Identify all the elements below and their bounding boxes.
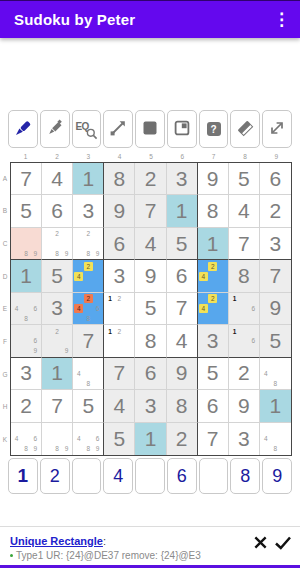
cell-B6[interactable]: 1 — [167, 195, 198, 227]
eq-search-button[interactable]: EQ — [72, 110, 102, 148]
candidate-2: 2 — [53, 229, 62, 238]
cell-value: 5 — [20, 199, 32, 223]
candidate-4: 4 — [74, 369, 83, 378]
candidate-4: 4 — [261, 369, 270, 378]
candidate-9: 9 — [31, 444, 40, 453]
candidate-6: 6 — [93, 304, 102, 313]
app-title: Sudoku by Peter — [14, 11, 135, 28]
cell-E5[interactable]: 5 — [135, 293, 166, 325]
hint-strategy-link[interactable]: Unique Rectangle — [10, 535, 103, 547]
cell-value: 9 — [114, 199, 126, 223]
cell-A7[interactable]: 9 — [198, 163, 229, 195]
candidate-6: 6 — [31, 336, 40, 345]
cell-value: 8 — [207, 199, 219, 223]
cell-E2[interactable]: 3 — [42, 293, 73, 325]
cell-value: 4 — [145, 232, 157, 256]
candidate-8: 8 — [53, 444, 62, 453]
digit-button-9[interactable]: 9 — [262, 458, 292, 494]
expand-button[interactable] — [262, 110, 292, 148]
cell-value: 5 — [145, 296, 157, 320]
cell-E8[interactable]: 16 — [229, 293, 260, 325]
candidate-4: 4 — [12, 434, 21, 443]
cell-A4[interactable]: 8 — [104, 163, 135, 195]
cell-E7[interactable]: 24 — [198, 293, 229, 325]
cell-value: 9 — [270, 296, 282, 320]
candidates: 48 — [261, 424, 290, 454]
cell-G2[interactable]: 1 — [42, 358, 73, 390]
col-label-9: 9 — [261, 151, 292, 162]
row-label-H: H — [0, 391, 10, 424]
cell-value: 2 — [238, 361, 250, 385]
cell-value: 9 — [238, 394, 250, 418]
candidate-9: 9 — [62, 346, 71, 355]
col-label-2: 2 — [41, 151, 72, 162]
eraser-icon — [235, 118, 255, 141]
cell-value: 1 — [270, 394, 282, 418]
hint-actions — [253, 535, 292, 554]
cell-F2[interactable]: 29 — [42, 325, 73, 357]
cell-K8[interactable]: 3 — [229, 423, 260, 455]
cell-value: 5 — [176, 232, 188, 256]
cell-value: 6 — [176, 264, 188, 288]
candidates: 4689 — [12, 424, 40, 454]
cell-C6[interactable]: 5 — [167, 228, 198, 260]
candidate-6: 6 — [31, 434, 40, 443]
col-label-8: 8 — [229, 151, 260, 162]
cell-B3[interactable]: 3 — [73, 195, 104, 227]
digit-button-3-empty[interactable] — [72, 458, 102, 494]
cell-D2[interactable]: 5 — [42, 260, 73, 292]
candidate-8: 8 — [22, 249, 31, 258]
candidate-4: 4 — [199, 304, 208, 313]
kebab-menu-icon[interactable]: ⋮ — [273, 11, 290, 28]
cell-value: 3 — [270, 232, 282, 256]
cell-value: 7 — [238, 232, 250, 256]
cell-H8[interactable]: 9 — [229, 390, 260, 422]
cell-B8[interactable]: 4 — [229, 195, 260, 227]
cell-value: 6 — [270, 167, 282, 191]
cell-A2[interactable]: 4 — [42, 163, 73, 195]
candidate-2: 2 — [115, 294, 124, 303]
toolbar: EQ ? — [8, 110, 292, 148]
cell-C5[interactable]: 4 — [135, 228, 166, 260]
col-label-5: 5 — [135, 151, 166, 162]
cell-value: 1 — [51, 361, 63, 385]
candidate-1: 1 — [230, 294, 239, 303]
candidate-8: 8 — [22, 444, 31, 453]
candidates: 468 — [12, 294, 40, 323]
cell-B7[interactable]: 8 — [198, 195, 229, 227]
candidates: 12 — [105, 326, 133, 355]
candidate-4: 4 — [74, 434, 83, 443]
cell-G4[interactable]: 7 — [104, 358, 135, 390]
candidates: 4689 — [74, 424, 102, 454]
row-label-K: K — [0, 423, 10, 456]
candidates: 69 — [12, 326, 40, 355]
candidate-9: 9 — [62, 249, 71, 258]
cell-value: 9 — [207, 167, 219, 191]
cell-B1[interactable]: 5 — [11, 195, 42, 227]
cell-A1[interactable]: 7 — [11, 163, 42, 195]
candidate-6: 6 — [93, 434, 102, 443]
cell-D6[interactable]: 6 — [167, 260, 198, 292]
digit-button-5-empty[interactable] — [135, 458, 165, 494]
cell-value: 9 — [145, 264, 157, 288]
cell-value: 4 — [176, 329, 188, 353]
cell-D5[interactable]: 9 — [135, 260, 166, 292]
column-labels: 123456789 — [10, 151, 292, 162]
cell-D4[interactable]: 3 — [104, 260, 135, 292]
cell-G3[interactable]: 48 — [73, 358, 104, 390]
cell-H5[interactable]: 3 — [135, 390, 166, 422]
cell-F4[interactable]: 12 — [104, 325, 135, 357]
accept-hint-icon[interactable] — [274, 535, 292, 554]
candidate-4: 4 — [12, 304, 21, 313]
col-label-1: 1 — [10, 151, 41, 162]
candidate-6: 6 — [31, 304, 40, 313]
candidate-9: 9 — [31, 249, 40, 258]
cell-K3[interactable]: 4689 — [73, 423, 104, 455]
candidate-8: 8 — [53, 249, 62, 258]
candidates: 12 — [105, 294, 133, 323]
cell-value: 4 — [114, 394, 126, 418]
candidate-8: 8 — [271, 379, 280, 388]
cell-value: 3 — [238, 427, 250, 451]
candidate-6: 6 — [249, 336, 258, 345]
row-label-D: D — [0, 260, 10, 293]
cell-C7[interactable]: 1 — [198, 228, 229, 260]
candidates: 48 — [261, 359, 290, 388]
candidate-4: 4 — [74, 304, 83, 313]
cell-value: 7 — [51, 394, 63, 418]
digit-button-4[interactable]: 4 — [103, 458, 133, 494]
candidate-8: 8 — [271, 444, 280, 453]
cell-value: 8 — [145, 329, 157, 353]
candidate-2: 2 — [208, 262, 217, 271]
cell-H3[interactable]: 5 — [73, 390, 104, 422]
cell-value: 5 — [270, 329, 282, 353]
candidate-1: 1 — [230, 327, 239, 336]
hint-bullet-icon — [10, 554, 13, 557]
cell-value: 2 — [270, 199, 282, 223]
candidates: 29 — [43, 326, 71, 355]
cell-F8[interactable]: 16 — [229, 325, 260, 357]
cell-value: 5 — [207, 361, 219, 385]
cell-C2[interactable]: 289 — [42, 228, 73, 260]
cell-F7[interactable]: 3 — [198, 325, 229, 357]
digit-button-6[interactable]: 6 — [167, 458, 197, 494]
corner-mark-button[interactable] — [167, 110, 197, 148]
cell-value: 8 — [238, 264, 250, 288]
app-bar: Sudoku by Peter ⋮ — [0, 0, 300, 38]
cell-K2[interactable]: 89 — [42, 423, 73, 455]
cell-H2[interactable]: 7 — [42, 390, 73, 422]
cell-C3[interactable]: 289 — [73, 228, 104, 260]
candidate-8: 8 — [84, 444, 93, 453]
cell-D9[interactable]: 7 — [260, 260, 291, 292]
cell-E3[interactable]: 2468 — [73, 293, 104, 325]
cell-value: 7 — [82, 329, 94, 353]
cell-A9[interactable]: 6 — [260, 163, 291, 195]
help-button[interactable]: ? — [199, 110, 229, 148]
cell-K4[interactable]: 5 — [104, 423, 135, 455]
candidates: 2468 — [74, 294, 102, 323]
cell-value: 7 — [114, 361, 126, 385]
cell-value: 8 — [176, 394, 188, 418]
candidate-9: 9 — [31, 346, 40, 355]
cell-value: 7 — [145, 199, 157, 223]
hint-bar: Unique Rectangle: Type1 UR: {24}@DE37 re… — [0, 526, 300, 564]
pencil-tool-button[interactable] — [40, 110, 70, 148]
cell-A8[interactable]: 5 — [229, 163, 260, 195]
eraser-button[interactable] — [230, 110, 260, 148]
col-label-3: 3 — [73, 151, 104, 162]
cell-value: 2 — [20, 394, 32, 418]
cell-K7[interactable]: 7 — [198, 423, 229, 455]
cell-value: 8 — [114, 167, 126, 191]
cell-D8[interactable]: 8 — [229, 260, 260, 292]
candidate-2: 2 — [84, 229, 93, 238]
cell-value: 6 — [114, 232, 126, 256]
cell-value: 3 — [82, 199, 94, 223]
candidate-4: 4 — [74, 272, 83, 281]
cell-value: 5 — [238, 167, 250, 191]
cell-value: 3 — [176, 167, 188, 191]
cell-value: 7 — [270, 264, 282, 288]
cell-B2[interactable]: 6 — [42, 195, 73, 227]
cell-F1[interactable]: 69 — [11, 325, 42, 357]
candidate-8: 8 — [22, 314, 31, 323]
row-label-E: E — [0, 293, 10, 326]
candidate-8: 8 — [84, 379, 93, 388]
pencil-icon — [45, 118, 65, 141]
cell-value: 3 — [114, 264, 126, 288]
cell-B4[interactable]: 9 — [104, 195, 135, 227]
col-label-6: 6 — [167, 151, 198, 162]
reject-hint-icon[interactable] — [253, 535, 268, 554]
eq-search-icon: EQ — [75, 119, 97, 139]
candidate-1: 1 — [106, 327, 115, 336]
cell-H1[interactable]: 2 — [11, 390, 42, 422]
cell-C9[interactable]: 3 — [260, 228, 291, 260]
cell-H9[interactable]: 1 — [260, 390, 291, 422]
cell-H7[interactable]: 6 — [198, 390, 229, 422]
cell-D7[interactable]: 24 — [198, 260, 229, 292]
cell-A3[interactable]: 1 — [73, 163, 104, 195]
cell-A5[interactable]: 2 — [135, 163, 166, 195]
cell-D1[interactable]: 1 — [11, 260, 42, 292]
candidates: 24 — [74, 261, 102, 290]
cell-E1[interactable]: 468 — [11, 293, 42, 325]
cell-value: 1 — [145, 427, 157, 451]
cell-F3[interactable]: 7 — [73, 325, 104, 357]
cell-value: 6 — [207, 394, 219, 418]
row-labels: ABCDEFGHK — [0, 162, 10, 456]
row-label-G: G — [0, 358, 10, 391]
candidate-6: 6 — [249, 304, 258, 313]
filled-square-icon — [140, 118, 160, 141]
cell-K9[interactable]: 48 — [260, 423, 291, 455]
cell-value: 7 — [176, 296, 188, 320]
cell-G9[interactable]: 48 — [260, 358, 291, 390]
fill-square-button[interactable] — [135, 110, 165, 148]
cell-value: 6 — [145, 361, 157, 385]
candidates: 48 — [74, 359, 102, 388]
pen-tool-button[interactable] — [8, 110, 38, 148]
row-label-A: A — [0, 162, 10, 195]
cell-value: 3 — [20, 361, 32, 385]
digit-button-7-empty[interactable] — [199, 458, 229, 494]
cell-C4[interactable]: 6 — [104, 228, 135, 260]
candidates: 89 — [43, 424, 71, 454]
candidates: 24 — [199, 261, 227, 290]
cell-value: 4 — [51, 167, 63, 191]
cell-G7[interactable]: 5 — [198, 358, 229, 390]
candidates: 89 — [12, 229, 40, 258]
candidate-2: 2 — [84, 262, 93, 271]
candidate-4: 4 — [261, 434, 270, 443]
corner-square-icon — [172, 118, 192, 141]
candidates: 16 — [230, 326, 258, 355]
digit-button-8[interactable]: 8 — [230, 458, 260, 494]
cell-G5[interactable]: 6 — [135, 358, 166, 390]
row-label-B: B — [0, 195, 10, 228]
candidate-2: 2 — [208, 294, 217, 303]
cell-F6[interactable]: 4 — [167, 325, 198, 357]
cell-K5[interactable]: 1 — [135, 423, 166, 455]
cell-value: 3 — [145, 394, 157, 418]
cell-value: 1 — [20, 264, 32, 288]
digit-button-1[interactable]: 1 — [8, 458, 38, 494]
cell-B9[interactable]: 2 — [260, 195, 291, 227]
cell-H4[interactable]: 4 — [104, 390, 135, 422]
row-label-C: C — [0, 227, 10, 260]
cell-K6[interactable]: 2 — [167, 423, 198, 455]
candidate-8: 8 — [84, 249, 93, 258]
candidate-2: 2 — [53, 327, 62, 336]
cell-value: 5 — [82, 394, 94, 418]
cell-value: 3 — [207, 329, 219, 353]
cell-value: 5 — [51, 264, 63, 288]
cell-G1[interactable]: 3 — [11, 358, 42, 390]
candidate-9: 9 — [93, 249, 102, 258]
hint-colon: : — [103, 535, 106, 547]
candidate-9: 9 — [62, 444, 71, 453]
candidate-2: 2 — [115, 327, 124, 336]
cell-value: 3 — [51, 296, 63, 320]
digit-button-2[interactable]: 2 — [40, 458, 70, 494]
cell-B5[interactable]: 7 — [135, 195, 166, 227]
cell-value: 7 — [20, 167, 32, 191]
cell-value: 5 — [114, 427, 126, 451]
cell-value: 1 — [176, 199, 188, 223]
cell-value: 1 — [207, 232, 219, 256]
cell-H6[interactable]: 8 — [167, 390, 198, 422]
cell-F5[interactable]: 8 — [135, 325, 166, 357]
candidate-4: 4 — [199, 272, 208, 281]
candidate-8: 8 — [84, 314, 93, 323]
cell-K1[interactable]: 4689 — [11, 423, 42, 455]
col-label-4: 4 — [104, 151, 135, 162]
cell-F9[interactable]: 5 — [260, 325, 291, 357]
cell-value: 2 — [176, 427, 188, 451]
expand-arrows-icon — [267, 118, 287, 141]
cell-E9[interactable]: 9 — [260, 293, 291, 325]
cell-D3[interactable]: 24 — [73, 260, 104, 292]
candidates: 16 — [230, 294, 258, 323]
cell-A6[interactable]: 3 — [167, 163, 198, 195]
board: 7418239565639718428928928964517315243962… — [10, 162, 292, 456]
cell-C8[interactable]: 7 — [229, 228, 260, 260]
chain-icon — [108, 118, 128, 141]
chain-tool-button[interactable] — [103, 110, 133, 148]
cell-G6[interactable]: 9 — [167, 358, 198, 390]
cell-C1[interactable]: 89 — [11, 228, 42, 260]
candidate-9: 9 — [93, 444, 102, 453]
digit-picker: 124689 — [8, 458, 292, 494]
cell-value: 6 — [51, 199, 63, 223]
candidate-2: 2 — [84, 294, 93, 303]
cell-E6[interactable]: 7 — [167, 293, 198, 325]
cell-value: 7 — [207, 427, 219, 451]
candidates: 289 — [74, 229, 102, 258]
cell-value: 9 — [176, 361, 188, 385]
candidates: 289 — [43, 229, 71, 258]
hint-detail-text: Type1 UR: {24}@DE37 remove: {24}@E3 — [16, 550, 201, 561]
cell-value: 4 — [238, 199, 250, 223]
candidate-1: 1 — [106, 294, 115, 303]
row-label-F: F — [0, 325, 10, 358]
help-icon: ? — [207, 122, 221, 136]
cell-value: 2 — [145, 167, 157, 191]
cell-G8[interactable]: 2 — [229, 358, 260, 390]
pen-icon — [13, 118, 33, 141]
cell-value: 1 — [82, 167, 94, 191]
col-label-7: 7 — [198, 151, 229, 162]
candidates: 24 — [199, 294, 227, 323]
cell-E4[interactable]: 12 — [104, 293, 135, 325]
